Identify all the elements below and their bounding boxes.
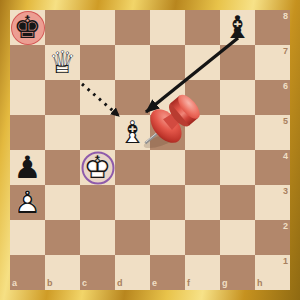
square-a7[interactable]: [10, 45, 45, 80]
square-a3[interactable]: ♟♙: [10, 185, 45, 220]
square-a8[interactable]: ♚: [10, 10, 45, 45]
square-h2[interactable]: 2: [255, 220, 290, 255]
square-c8[interactable]: [80, 10, 115, 45]
chess-board: ♚♝8♛♕76♝♗5♟♚♔4♟♙32abcdefgh1: [10, 10, 290, 290]
gold-board-frame: ♚♝8♛♕76♝♗5♟♚♔4♟♙32abcdefgh1: [0, 0, 300, 300]
file-label-h: h: [257, 279, 263, 288]
square-f4[interactable]: [185, 150, 220, 185]
square-d1[interactable]: d: [115, 255, 150, 290]
square-b8[interactable]: [45, 10, 80, 45]
square-f7[interactable]: [185, 45, 220, 80]
square-d5[interactable]: ♝♗: [115, 115, 150, 150]
square-g3[interactable]: [220, 185, 255, 220]
square-h4[interactable]: 4: [255, 150, 290, 185]
square-b7[interactable]: ♛♕: [45, 45, 80, 80]
black-bishop-g8[interactable]: ♝: [220, 10, 255, 45]
rank-label-2: 2: [283, 222, 288, 231]
square-f3[interactable]: [185, 185, 220, 220]
square-e8[interactable]: [150, 10, 185, 45]
square-h1[interactable]: h1: [255, 255, 290, 290]
square-h5[interactable]: 5: [255, 115, 290, 150]
square-g8[interactable]: ♝: [220, 10, 255, 45]
square-d4[interactable]: [115, 150, 150, 185]
square-c4[interactable]: ♚♔: [80, 150, 115, 185]
square-g7[interactable]: [220, 45, 255, 80]
square-d6[interactable]: [115, 80, 150, 115]
rank-label-6: 6: [283, 82, 288, 91]
white-queen-b7[interactable]: ♛♕: [45, 45, 80, 80]
square-c5[interactable]: [80, 115, 115, 150]
file-label-b: b: [47, 279, 53, 288]
square-g4[interactable]: [220, 150, 255, 185]
square-a2[interactable]: [10, 220, 45, 255]
square-f5[interactable]: [185, 115, 220, 150]
square-c7[interactable]: [80, 45, 115, 80]
square-g2[interactable]: [220, 220, 255, 255]
file-label-e: e: [152, 279, 157, 288]
square-b6[interactable]: [45, 80, 80, 115]
rank-label-1: 1: [283, 257, 288, 266]
black-pawn-a4[interactable]: ♟: [10, 150, 45, 185]
piece-outline-glyph: ♔: [80, 150, 115, 185]
square-a4[interactable]: ♟: [10, 150, 45, 185]
square-d2[interactable]: [115, 220, 150, 255]
square-e7[interactable]: [150, 45, 185, 80]
file-label-c: c: [82, 279, 87, 288]
piece-outline-glyph: ♕: [45, 45, 80, 80]
square-b1[interactable]: b: [45, 255, 80, 290]
file-label-a: a: [12, 279, 17, 288]
square-a1[interactable]: a: [10, 255, 45, 290]
square-e5[interactable]: [150, 115, 185, 150]
square-e6[interactable]: [150, 80, 185, 115]
square-a6[interactable]: [10, 80, 45, 115]
rank-label-8: 8: [283, 12, 288, 21]
square-f2[interactable]: [185, 220, 220, 255]
file-label-d: d: [117, 279, 123, 288]
square-c6[interactable]: [80, 80, 115, 115]
square-c2[interactable]: [80, 220, 115, 255]
square-e4[interactable]: [150, 150, 185, 185]
square-h7[interactable]: 7: [255, 45, 290, 80]
square-b4[interactable]: [45, 150, 80, 185]
white-pawn-a3[interactable]: ♟♙: [10, 185, 45, 220]
black-king-a8[interactable]: ♚: [10, 10, 45, 45]
square-e1[interactable]: e: [150, 255, 185, 290]
square-d7[interactable]: [115, 45, 150, 80]
piece-outline-glyph: ♙: [10, 185, 45, 220]
square-e2[interactable]: [150, 220, 185, 255]
rank-label-4: 4: [283, 152, 288, 161]
square-f6[interactable]: [185, 80, 220, 115]
square-h6[interactable]: 6: [255, 80, 290, 115]
piece-outline-glyph: ♗: [115, 115, 150, 150]
square-b2[interactable]: [45, 220, 80, 255]
square-h8[interactable]: 8: [255, 10, 290, 45]
piece-glyph: ♚: [10, 10, 45, 45]
square-e3[interactable]: [150, 185, 185, 220]
square-b5[interactable]: [45, 115, 80, 150]
piece-glyph: ♟: [10, 150, 45, 185]
square-a5[interactable]: [10, 115, 45, 150]
piece-glyph: ♝: [220, 10, 255, 45]
square-f8[interactable]: [185, 10, 220, 45]
square-f1[interactable]: f: [185, 255, 220, 290]
square-h3[interactable]: 3: [255, 185, 290, 220]
square-d3[interactable]: [115, 185, 150, 220]
white-king-c4[interactable]: ♚♔: [80, 150, 115, 185]
rank-label-3: 3: [283, 187, 288, 196]
square-d8[interactable]: [115, 10, 150, 45]
file-label-g: g: [222, 279, 228, 288]
square-g1[interactable]: g: [220, 255, 255, 290]
square-b3[interactable]: [45, 185, 80, 220]
square-g6[interactable]: [220, 80, 255, 115]
square-g5[interactable]: [220, 115, 255, 150]
rank-label-7: 7: [283, 47, 288, 56]
rank-label-5: 5: [283, 117, 288, 126]
square-c1[interactable]: c: [80, 255, 115, 290]
file-label-f: f: [187, 279, 190, 288]
square-c3[interactable]: [80, 185, 115, 220]
white-bishop-d5[interactable]: ♝♗: [115, 115, 150, 150]
